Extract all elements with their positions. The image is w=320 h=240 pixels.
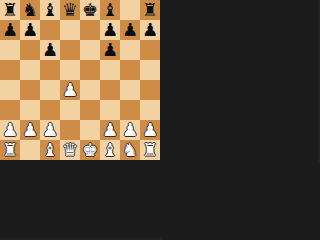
square-g8[interactable] bbox=[120, 0, 140, 20]
square-f6[interactable]: ♟ bbox=[100, 40, 120, 60]
square-b8[interactable]: ♞ bbox=[20, 0, 40, 20]
square-c6[interactable]: ♟ bbox=[40, 40, 60, 60]
piece-white-bishop[interactable]: ♝ bbox=[42, 140, 58, 160]
square-h1[interactable]: ♜ bbox=[140, 140, 160, 160]
square-e1[interactable]: ♚ bbox=[80, 140, 100, 160]
square-f5[interactable] bbox=[100, 60, 120, 80]
piece-white-pawn[interactable]: ♟ bbox=[102, 120, 118, 140]
square-h4[interactable] bbox=[140, 80, 160, 100]
square-e6[interactable] bbox=[80, 40, 100, 60]
piece-black-pawn[interactable]: ♟ bbox=[122, 20, 138, 40]
piece-black-queen[interactable]: ♛ bbox=[62, 0, 78, 20]
square-f1[interactable]: ♝ bbox=[100, 140, 120, 160]
square-b2[interactable]: ♟ bbox=[20, 120, 40, 140]
piece-white-pawn[interactable]: ♟ bbox=[62, 80, 78, 100]
square-d7[interactable] bbox=[60, 20, 80, 40]
piece-white-pawn[interactable]: ♟ bbox=[122, 120, 138, 140]
square-e5[interactable] bbox=[80, 60, 100, 80]
piece-black-pawn[interactable]: ♟ bbox=[142, 20, 158, 40]
square-b7[interactable]: ♟ bbox=[20, 20, 40, 40]
square-a6[interactable] bbox=[0, 40, 20, 60]
piece-white-pawn[interactable]: ♟ bbox=[142, 120, 158, 140]
piece-white-pawn[interactable]: ♟ bbox=[22, 120, 38, 140]
square-b4[interactable] bbox=[20, 80, 40, 100]
square-g7[interactable]: ♟ bbox=[120, 20, 140, 40]
square-h7[interactable]: ♟ bbox=[140, 20, 160, 40]
square-c1[interactable]: ♝ bbox=[40, 140, 60, 160]
square-b1[interactable] bbox=[20, 140, 40, 160]
square-f2[interactable]: ♟ bbox=[100, 120, 120, 140]
square-e2[interactable] bbox=[80, 120, 100, 140]
square-d4[interactable]: ♟ bbox=[60, 80, 80, 100]
square-c2[interactable]: ♟ bbox=[40, 120, 60, 140]
square-e7[interactable] bbox=[80, 20, 100, 40]
piece-black-pawn[interactable]: ♟ bbox=[42, 40, 58, 60]
square-d5[interactable] bbox=[60, 60, 80, 80]
piece-black-rook[interactable]: ♜ bbox=[142, 0, 158, 20]
square-f3[interactable] bbox=[100, 100, 120, 120]
square-h8[interactable]: ♜ bbox=[140, 0, 160, 20]
square-g3[interactable] bbox=[120, 100, 140, 120]
square-a2[interactable]: ♟ bbox=[0, 120, 20, 140]
square-g6[interactable] bbox=[120, 40, 140, 60]
square-d1[interactable]: ♛ bbox=[60, 140, 80, 160]
square-b3[interactable] bbox=[20, 100, 40, 120]
square-a7[interactable]: ♟ bbox=[0, 20, 20, 40]
chess-board: ♜♞♝♛♚♝♜♟♟♟♟♟♟♟♟♟♟♟♟♟♟♜♝♛♚♝♞♜ bbox=[0, 0, 160, 160]
piece-black-bishop[interactable]: ♝ bbox=[102, 0, 118, 20]
piece-black-bishop[interactable]: ♝ bbox=[42, 0, 58, 20]
square-d8[interactable]: ♛ bbox=[60, 0, 80, 20]
square-h3[interactable] bbox=[140, 100, 160, 120]
square-c4[interactable] bbox=[40, 80, 60, 100]
piece-white-bishop[interactable]: ♝ bbox=[102, 140, 118, 160]
square-g2[interactable]: ♟ bbox=[120, 120, 140, 140]
piece-white-queen[interactable]: ♛ bbox=[62, 140, 78, 160]
piece-black-pawn[interactable]: ♟ bbox=[22, 20, 38, 40]
piece-black-rook[interactable]: ♜ bbox=[2, 0, 18, 20]
square-h6[interactable] bbox=[140, 40, 160, 60]
piece-white-knight[interactable]: ♞ bbox=[122, 140, 138, 160]
piece-black-pawn[interactable]: ♟ bbox=[102, 40, 118, 60]
piece-white-rook[interactable]: ♜ bbox=[142, 140, 158, 160]
square-a3[interactable] bbox=[0, 100, 20, 120]
square-g1[interactable]: ♞ bbox=[120, 140, 140, 160]
square-f8[interactable]: ♝ bbox=[100, 0, 120, 20]
piece-black-pawn[interactable]: ♟ bbox=[102, 20, 118, 40]
piece-white-pawn[interactable]: ♟ bbox=[42, 120, 58, 140]
square-f4[interactable] bbox=[100, 80, 120, 100]
square-d2[interactable] bbox=[60, 120, 80, 140]
square-f7[interactable]: ♟ bbox=[100, 20, 120, 40]
piece-black-knight[interactable]: ♞ bbox=[22, 0, 38, 20]
square-d6[interactable] bbox=[60, 40, 80, 60]
piece-black-pawn[interactable]: ♟ bbox=[2, 20, 18, 40]
square-h5[interactable] bbox=[140, 60, 160, 80]
square-c3[interactable] bbox=[40, 100, 60, 120]
square-c8[interactable]: ♝ bbox=[40, 0, 60, 20]
square-e3[interactable] bbox=[80, 100, 100, 120]
piece-white-pawn[interactable]: ♟ bbox=[2, 120, 18, 140]
piece-white-king[interactable]: ♚ bbox=[82, 140, 98, 160]
piece-white-rook[interactable]: ♜ bbox=[2, 140, 18, 160]
square-a5[interactable] bbox=[0, 60, 20, 80]
square-g4[interactable] bbox=[120, 80, 140, 100]
square-c5[interactable] bbox=[40, 60, 60, 80]
square-b6[interactable] bbox=[20, 40, 40, 60]
square-h2[interactable]: ♟ bbox=[140, 120, 160, 140]
square-d3[interactable] bbox=[60, 100, 80, 120]
piece-black-king[interactable]: ♚ bbox=[82, 0, 98, 20]
square-a4[interactable] bbox=[0, 80, 20, 100]
square-b5[interactable] bbox=[20, 60, 40, 80]
square-e8[interactable]: ♚ bbox=[80, 0, 100, 20]
square-c7[interactable] bbox=[40, 20, 60, 40]
square-a8[interactable]: ♜ bbox=[0, 0, 20, 20]
square-g5[interactable] bbox=[120, 60, 140, 80]
square-e4[interactable] bbox=[80, 80, 100, 100]
square-a1[interactable]: ♜ bbox=[0, 140, 20, 160]
